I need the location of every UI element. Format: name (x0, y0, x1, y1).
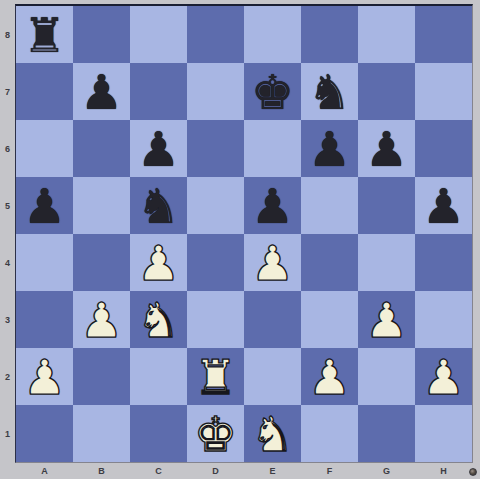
square-b3[interactable]: ♟ (73, 291, 130, 348)
square-e5[interactable]: ♟ (244, 177, 301, 234)
square-b2[interactable] (73, 348, 130, 405)
black-pawn[interactable]: ♟ (80, 68, 123, 116)
square-c1[interactable] (130, 405, 187, 462)
file-label-h: H (415, 463, 472, 479)
rank-labels: 87654321 (0, 6, 15, 462)
square-e6[interactable] (244, 120, 301, 177)
black-rook[interactable]: ♜ (23, 11, 66, 59)
black-pawn[interactable]: ♟ (422, 182, 465, 230)
rank-label-8: 8 (0, 6, 15, 63)
square-c8[interactable] (130, 6, 187, 63)
square-g6[interactable]: ♟ (358, 120, 415, 177)
board-frame: 87654321 ♜♟♚♞♟♟♟♟♞♟♟♟♟♟♞♟♟♜♟♟♚♞ ABCDEFGH (0, 0, 480, 479)
square-g1[interactable] (358, 405, 415, 462)
square-b1[interactable] (73, 405, 130, 462)
black-knight[interactable]: ♞ (308, 68, 351, 116)
chess-board[interactable]: ♜♟♚♞♟♟♟♟♞♟♟♟♟♟♞♟♟♜♟♟♚♞ (15, 4, 473, 463)
square-f8[interactable] (301, 6, 358, 63)
corner-logo-icon[interactable] (469, 468, 477, 476)
rank-label-5: 5 (0, 177, 15, 234)
file-label-d: D (187, 463, 244, 479)
black-king[interactable]: ♚ (251, 68, 294, 116)
square-b8[interactable] (73, 6, 130, 63)
square-f2[interactable]: ♟ (301, 348, 358, 405)
black-pawn[interactable]: ♟ (23, 182, 66, 230)
square-e3[interactable] (244, 291, 301, 348)
square-a8[interactable]: ♜ (16, 6, 73, 63)
square-e2[interactable] (244, 348, 301, 405)
square-d4[interactable] (187, 234, 244, 291)
square-h2[interactable]: ♟ (415, 348, 472, 405)
square-a2[interactable]: ♟ (16, 348, 73, 405)
white-pawn[interactable]: ♟ (308, 353, 351, 401)
square-a6[interactable] (16, 120, 73, 177)
square-c5[interactable]: ♞ (130, 177, 187, 234)
white-pawn[interactable]: ♟ (251, 239, 294, 287)
square-b6[interactable] (73, 120, 130, 177)
white-pawn[interactable]: ♟ (137, 239, 180, 287)
file-label-e: E (244, 463, 301, 479)
white-pawn[interactable]: ♟ (365, 296, 408, 344)
file-label-a: A (16, 463, 73, 479)
square-e8[interactable] (244, 6, 301, 63)
square-e4[interactable]: ♟ (244, 234, 301, 291)
white-pawn[interactable]: ♟ (422, 353, 465, 401)
square-b4[interactable] (73, 234, 130, 291)
white-king[interactable]: ♚ (194, 410, 237, 458)
square-a3[interactable] (16, 291, 73, 348)
square-b7[interactable]: ♟ (73, 63, 130, 120)
square-d1[interactable]: ♚ (187, 405, 244, 462)
square-c3[interactable]: ♞ (130, 291, 187, 348)
white-pawn[interactable]: ♟ (23, 353, 66, 401)
file-labels: ABCDEFGH (16, 463, 472, 479)
square-d5[interactable] (187, 177, 244, 234)
file-label-g: G (358, 463, 415, 479)
square-e7[interactable]: ♚ (244, 63, 301, 120)
square-f1[interactable] (301, 405, 358, 462)
square-b5[interactable] (73, 177, 130, 234)
square-g4[interactable] (358, 234, 415, 291)
square-d7[interactable] (187, 63, 244, 120)
file-label-b: B (73, 463, 130, 479)
black-pawn[interactable]: ♟ (251, 182, 294, 230)
square-g8[interactable] (358, 6, 415, 63)
square-f4[interactable] (301, 234, 358, 291)
square-h4[interactable] (415, 234, 472, 291)
rank-label-4: 4 (0, 234, 15, 291)
black-knight[interactable]: ♞ (137, 182, 180, 230)
square-f7[interactable]: ♞ (301, 63, 358, 120)
white-rook[interactable]: ♜ (194, 353, 237, 401)
white-pawn[interactable]: ♟ (80, 296, 123, 344)
square-g3[interactable]: ♟ (358, 291, 415, 348)
rank-label-1: 1 (0, 405, 15, 462)
square-h3[interactable] (415, 291, 472, 348)
square-g2[interactable] (358, 348, 415, 405)
square-e1[interactable]: ♞ (244, 405, 301, 462)
square-f3[interactable] (301, 291, 358, 348)
square-d6[interactable] (187, 120, 244, 177)
square-d8[interactable] (187, 6, 244, 63)
square-c4[interactable]: ♟ (130, 234, 187, 291)
black-pawn[interactable]: ♟ (308, 125, 351, 173)
square-c6[interactable]: ♟ (130, 120, 187, 177)
square-h7[interactable] (415, 63, 472, 120)
square-d2[interactable]: ♜ (187, 348, 244, 405)
square-f5[interactable] (301, 177, 358, 234)
square-h6[interactable] (415, 120, 472, 177)
file-label-c: C (130, 463, 187, 479)
square-a1[interactable] (16, 405, 73, 462)
white-knight[interactable]: ♞ (251, 410, 294, 458)
square-f6[interactable]: ♟ (301, 120, 358, 177)
square-a5[interactable]: ♟ (16, 177, 73, 234)
square-h5[interactable]: ♟ (415, 177, 472, 234)
square-g5[interactable] (358, 177, 415, 234)
rank-label-6: 6 (0, 120, 15, 177)
square-g7[interactable] (358, 63, 415, 120)
rank-label-7: 7 (0, 63, 15, 120)
square-h1[interactable] (415, 405, 472, 462)
square-a7[interactable] (16, 63, 73, 120)
white-knight[interactable]: ♞ (137, 296, 180, 344)
square-a4[interactable] (16, 234, 73, 291)
square-h8[interactable] (415, 6, 472, 63)
square-d3[interactable] (187, 291, 244, 348)
file-label-f: F (301, 463, 358, 479)
black-pawn[interactable]: ♟ (365, 125, 408, 173)
square-c7[interactable] (130, 63, 187, 120)
square-c2[interactable] (130, 348, 187, 405)
black-pawn[interactable]: ♟ (137, 125, 180, 173)
rank-label-2: 2 (0, 348, 15, 405)
rank-label-3: 3 (0, 291, 15, 348)
